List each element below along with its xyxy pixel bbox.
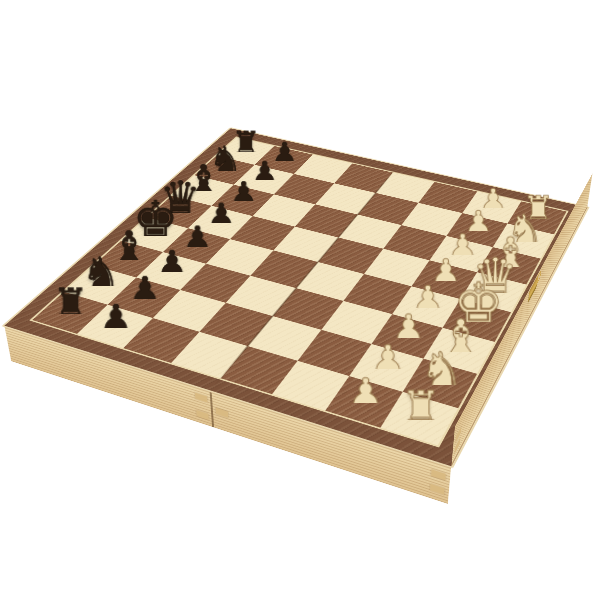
finger-joint <box>195 393 208 403</box>
finger-joint <box>216 408 229 418</box>
piece-white-pawn[interactable]: ♟ <box>336 332 395 403</box>
finger-joint <box>430 484 444 495</box>
piece-white-rook[interactable]: ♜ <box>391 348 451 420</box>
product-photo-scene: ♜♟♞♟♝♟♟♛♜♟♟♚♞♟♟♝♝♟♟♞♛♟♟♜♚♟♟♝♟♞♟♜ <box>0 0 600 600</box>
chess-board: ♜♟♞♟♝♟♟♛♜♟♟♚♞♟♟♝♝♟♟♞♛♟♟♜♚♟♟♝♟♞♟♜ <box>1 127 589 468</box>
piece-black-pawn[interactable]: ♟ <box>89 263 143 328</box>
finger-joint <box>196 410 208 420</box>
finger-joint <box>431 469 446 480</box>
fold-seam <box>210 392 214 428</box>
